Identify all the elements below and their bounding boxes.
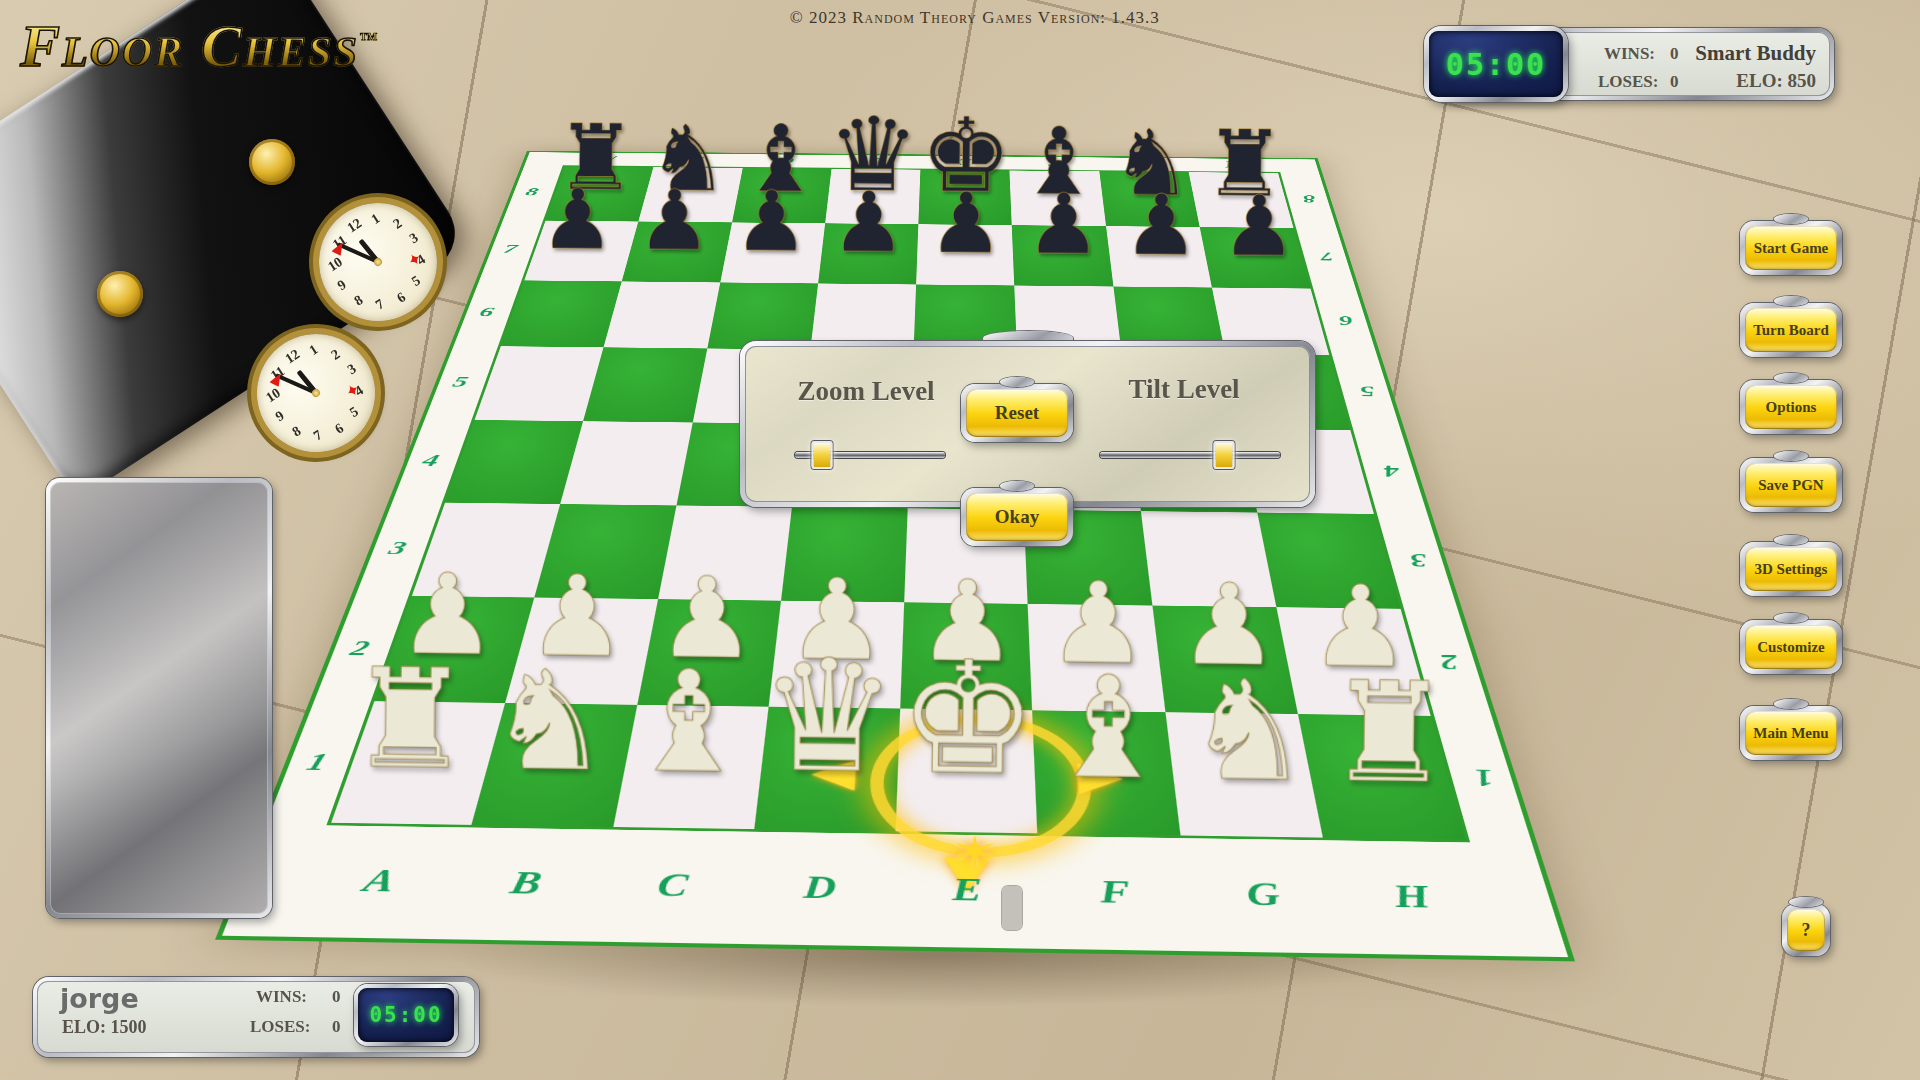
user-clock: 05:00 [358, 988, 454, 1042]
clock-number-1: 1 [306, 341, 321, 358]
menu-button-main-menu[interactable]: Main Menu [1740, 706, 1842, 760]
clock-button-left [249, 139, 295, 185]
clock-number-12: 12 [282, 346, 302, 367]
clock-number-5: 5 [347, 404, 362, 421]
opponent-wins-value: 0 [1670, 44, 1679, 64]
clock-center-pin [372, 256, 383, 267]
opponent-name: Smart Buddy [1695, 41, 1816, 66]
piece-black-pawn-f7[interactable]: ♟ [1026, 182, 1102, 266]
captured-pieces-tray [46, 478, 272, 918]
clock-number-7: 7 [311, 427, 326, 444]
opponent-loses-value: 0 [1670, 72, 1679, 92]
file-label-top-e: E [958, 157, 972, 168]
clock-number-9: 9 [273, 408, 288, 425]
clock-red-ornament: ✦ [341, 378, 364, 403]
clock-number-2: 2 [390, 215, 405, 232]
file-label-top-g: G [1136, 158, 1153, 169]
zoom-slider[interactable] [795, 452, 945, 458]
opponent-elo: ELO: 850 [1736, 70, 1816, 92]
piece-black-pawn-h7[interactable]: ♟ [1221, 184, 1297, 268]
piece-white-rook-h1[interactable]: ♜ [1326, 663, 1452, 803]
piece-white-knight-g1[interactable]: ♞ [1186, 662, 1311, 802]
file-label-top-h: H [1224, 159, 1243, 170]
captured-pieces-tray-inner [50, 482, 268, 914]
piece-white-rook-a1[interactable]: ♜ [348, 650, 472, 789]
copyright-text: © 2023 Random Theory Games Version: 1.43… [790, 8, 1160, 28]
clock-number-2: 2 [328, 346, 343, 363]
tilt-slider-handle[interactable] [1214, 441, 1235, 469]
trademark: ™ [359, 29, 379, 49]
clock-number-1: 1 [368, 210, 383, 227]
opponent-loses-label: LOSES: [1598, 72, 1658, 92]
opponent-clock-frame: 05:00 [1424, 26, 1568, 102]
menu-button-save-pgn[interactable]: Save PGN [1740, 458, 1842, 512]
cursor [1002, 886, 1022, 930]
clock-center-pin [310, 387, 321, 398]
menu-button-options[interactable]: Options [1740, 380, 1842, 434]
piece-black-pawn-g7[interactable]: ♟ [1123, 183, 1199, 267]
reset-button[interactable]: Reset [961, 384, 1073, 442]
clock-number-8: 8 [351, 292, 366, 309]
help-button[interactable]: ? [1782, 904, 1830, 956]
menu-button-start-game[interactable]: Start Game [1740, 221, 1842, 275]
piece-black-pawn-a7[interactable]: ♟ [540, 178, 615, 262]
piece-black-pawn-c7[interactable]: ♟ [734, 180, 810, 264]
opponent-wins-label: WINS: [1604, 44, 1655, 64]
app-logo: Floor Chess™ [20, 16, 379, 76]
opponent-clock: 05:00 [1429, 31, 1563, 97]
piece-black-pawn-b7[interactable]: ♟ [637, 179, 712, 263]
piece-white-bishop-f1[interactable]: ♝ [1044, 657, 1171, 799]
tilt-level-label: Tilt Level [1128, 374, 1239, 405]
user-loses-label: LOSES: [250, 1017, 310, 1037]
piece-white-knight-b1[interactable]: ♞ [487, 652, 611, 791]
okay-button[interactable]: Okay [961, 488, 1073, 546]
clock-number-10: 10 [325, 254, 345, 275]
clock-number-5: 5 [409, 273, 424, 290]
piece-white-king-e1[interactable]: ♚ [897, 640, 1038, 797]
menu-button-customize[interactable]: Customize [1740, 620, 1842, 674]
piece-white-bishop-c1[interactable]: ♝ [625, 651, 752, 792]
user-elo: ELO: 1500 [62, 1017, 147, 1038]
user-wins-label: WINS: [256, 987, 307, 1007]
file-label-top-d: D [868, 156, 884, 167]
menu-button-turn-board[interactable]: Turn Board [1740, 303, 1842, 357]
piece-black-pawn-e7[interactable]: ♟ [928, 181, 1004, 265]
clock-number-3: 3 [345, 361, 360, 378]
clock-number-7: 7 [373, 296, 388, 313]
user-name: jorge [60, 983, 139, 1014]
clock-number-10: 10 [263, 385, 283, 406]
user-wins-value: 0 [332, 987, 341, 1007]
file-label-top-b: B [690, 154, 706, 165]
zoom-level-label: Zoom Level [797, 376, 934, 407]
clock-number-8: 8 [289, 423, 304, 440]
piece-black-pawn-d7[interactable]: ♟ [831, 181, 907, 265]
user-clock-frame: 05:00 [354, 984, 458, 1046]
clock-number-12: 12 [344, 215, 364, 236]
clock-number-6: 6 [394, 289, 409, 306]
clock-red-ornament: ✦ [403, 247, 426, 272]
clock-button-right [97, 271, 143, 317]
zoom-slider-handle[interactable] [812, 441, 833, 469]
user-loses-value: 0 [332, 1017, 341, 1037]
clock-number-3: 3 [407, 230, 422, 247]
clock-number-6: 6 [332, 420, 347, 437]
clock-number-9: 9 [335, 277, 350, 294]
piece-white-queen-d1[interactable]: ♛ [758, 638, 898, 795]
menu-button-3d-settings[interactable]: 3D Settings [1740, 542, 1842, 596]
file-label-top-c: C [779, 155, 794, 166]
tilt-slider[interactable] [1100, 452, 1280, 458]
file-label-top-f: F [1047, 157, 1062, 168]
